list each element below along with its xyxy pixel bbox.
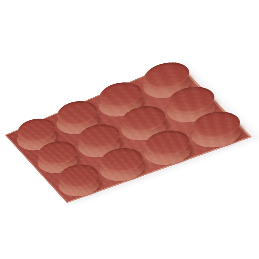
pad-plane [5, 62, 252, 203]
stud [93, 151, 152, 186]
stud [51, 167, 107, 201]
product-photo [0, 0, 259, 259]
